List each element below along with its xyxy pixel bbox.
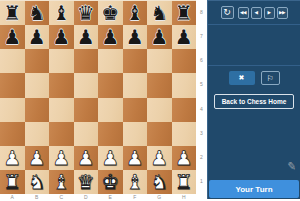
chess-board[interactable]: ♜♞♝♛♚♝♞♜♟♟♟♟♟♟♟♟♟♟♟♟♟♟♟♟♜♞♝♛♚♝♞♜ xyxy=(0,0,196,193)
chess-app: ♜♞♝♛♚♝♞♜♟♟♟♟♟♟♟♟♟♟♟♟♟♟♟♟♜♞♝♛♚♝♞♜ 8765432… xyxy=(0,0,300,201)
rank-label-8: 8 xyxy=(196,0,207,24)
piece-black-pawn[interactable]: ♟ xyxy=(28,25,46,49)
square-a7[interactable]: ♟ xyxy=(0,25,25,49)
piece-white-pawn[interactable]: ♟ xyxy=(52,146,70,170)
piece-black-queen[interactable]: ♛ xyxy=(77,1,95,25)
square-e3[interactable] xyxy=(98,122,123,146)
square-a1[interactable]: ♜ xyxy=(0,170,25,194)
file-label-c: C xyxy=(49,193,74,201)
square-f1[interactable]: ♝ xyxy=(123,170,148,194)
square-c6[interactable] xyxy=(49,49,74,73)
piece-white-pawn[interactable]: ♟ xyxy=(77,146,95,170)
square-d6[interactable] xyxy=(74,49,99,73)
square-g6[interactable] xyxy=(147,49,172,73)
file-labels: ABCDEFGH xyxy=(0,193,196,201)
rank-label-5: 5 xyxy=(196,72,207,96)
file-label-g: G xyxy=(147,193,172,201)
square-h4[interactable] xyxy=(172,98,197,122)
square-f7[interactable]: ♟ xyxy=(123,25,148,49)
game-actions: ✖ ⚐ xyxy=(208,71,300,85)
rank-label-4: 4 xyxy=(196,97,207,121)
back-row: Back to Chess Home xyxy=(208,94,300,109)
square-d5[interactable] xyxy=(74,73,99,97)
square-c4[interactable] xyxy=(49,98,74,122)
file-label-h: H xyxy=(172,193,197,201)
square-d1[interactable]: ♛ xyxy=(74,170,99,194)
square-b5[interactable] xyxy=(25,73,50,97)
square-b7[interactable]: ♟ xyxy=(25,25,50,49)
square-h2[interactable]: ♟ xyxy=(172,146,197,170)
square-g5[interactable] xyxy=(147,73,172,97)
close-icon[interactable]: ✖ xyxy=(229,71,255,85)
side-panel: ↻ ◀◀ ◀ ▶ ▶▶ ✖ ⚐ Back to Chess Home ✎ You… xyxy=(207,0,300,199)
last-move-button[interactable]: ▶▶ xyxy=(277,7,288,19)
piece-white-pawn[interactable]: ♟ xyxy=(3,146,21,170)
square-a8[interactable]: ♜ xyxy=(0,1,25,25)
move-list xyxy=(208,25,300,66)
square-f4[interactable] xyxy=(123,98,148,122)
piece-white-pawn[interactable]: ♟ xyxy=(150,146,168,170)
file-label-a: A xyxy=(0,193,25,201)
piece-white-bishop[interactable]: ♝ xyxy=(52,170,70,194)
square-f2[interactable]: ♟ xyxy=(123,146,148,170)
move-nav-group: ◀◀ ◀ ▶ ▶▶ xyxy=(238,7,288,19)
rank-label-1: 1 xyxy=(196,169,207,193)
piece-black-pawn[interactable]: ♟ xyxy=(175,25,193,49)
piece-black-bishop[interactable]: ♝ xyxy=(52,1,70,25)
square-g2[interactable]: ♟ xyxy=(147,146,172,170)
square-g4[interactable] xyxy=(147,98,172,122)
square-e8[interactable]: ♚ xyxy=(98,1,123,25)
piece-black-bishop[interactable]: ♝ xyxy=(126,1,144,25)
square-b1[interactable]: ♞ xyxy=(25,170,50,194)
back-to-chess-home-button[interactable]: Back to Chess Home xyxy=(214,94,295,109)
file-label-e: E xyxy=(98,193,123,201)
square-d7[interactable]: ♟ xyxy=(74,25,99,49)
next-move-button[interactable]: ▶ xyxy=(264,7,275,19)
piece-black-pawn[interactable]: ♟ xyxy=(126,25,144,49)
piece-black-pawn[interactable]: ♟ xyxy=(77,25,95,49)
square-a3[interactable] xyxy=(0,122,25,146)
square-b2[interactable]: ♟ xyxy=(25,146,50,170)
square-c7[interactable]: ♟ xyxy=(49,25,74,49)
square-h5[interactable] xyxy=(172,73,197,97)
piece-white-knight[interactable]: ♞ xyxy=(150,170,168,194)
piece-white-pawn[interactable]: ♟ xyxy=(28,146,46,170)
piece-black-king[interactable]: ♚ xyxy=(101,1,119,25)
square-h7[interactable]: ♟ xyxy=(172,25,197,49)
piece-white-pawn[interactable]: ♟ xyxy=(101,146,119,170)
square-c2[interactable]: ♟ xyxy=(49,146,74,170)
square-d8[interactable]: ♛ xyxy=(74,1,99,25)
square-c5[interactable] xyxy=(49,73,74,97)
turn-status-banner: Your Turn xyxy=(209,180,299,198)
resign-flag-icon[interactable]: ⚐ xyxy=(261,71,280,85)
rank-labels: 87654321 xyxy=(196,0,207,193)
file-label-f: F xyxy=(123,193,148,201)
square-a4[interactable] xyxy=(0,98,25,122)
square-b8[interactable]: ♞ xyxy=(25,1,50,25)
piece-white-rook[interactable]: ♜ xyxy=(175,170,193,194)
square-f3[interactable] xyxy=(123,122,148,146)
piece-black-pawn[interactable]: ♟ xyxy=(3,25,21,49)
square-e7[interactable]: ♟ xyxy=(98,25,123,49)
square-b4[interactable] xyxy=(25,98,50,122)
square-e2[interactable]: ♟ xyxy=(98,146,123,170)
square-c3[interactable] xyxy=(49,122,74,146)
pencil-icon[interactable]: ✎ xyxy=(286,160,297,174)
square-e6[interactable] xyxy=(98,49,123,73)
flip-board-button[interactable]: ↻ xyxy=(221,6,234,19)
square-h1[interactable]: ♜ xyxy=(172,170,197,194)
square-h6[interactable] xyxy=(172,49,197,73)
piece-white-pawn[interactable]: ♟ xyxy=(175,146,193,170)
square-g7[interactable]: ♟ xyxy=(147,25,172,49)
square-h3[interactable] xyxy=(172,122,197,146)
file-label-b: B xyxy=(25,193,50,201)
square-a5[interactable] xyxy=(0,73,25,97)
piece-black-pawn[interactable]: ♟ xyxy=(150,25,168,49)
piece-white-queen[interactable]: ♛ xyxy=(77,170,95,194)
piece-white-pawn[interactable]: ♟ xyxy=(126,146,144,170)
move-controls: ↻ ◀◀ ◀ ▶ ▶▶ xyxy=(208,1,300,25)
rank-label-2: 2 xyxy=(196,145,207,169)
square-f5[interactable] xyxy=(123,73,148,97)
piece-white-knight[interactable]: ♞ xyxy=(28,170,46,194)
square-d3[interactable] xyxy=(74,122,99,146)
square-e5[interactable] xyxy=(98,73,123,97)
square-g1[interactable]: ♞ xyxy=(147,170,172,194)
square-b6[interactable] xyxy=(25,49,50,73)
square-h8[interactable]: ♜ xyxy=(172,1,197,25)
square-c1[interactable]: ♝ xyxy=(49,170,74,194)
piece-black-rook[interactable]: ♜ xyxy=(175,1,193,25)
square-g3[interactable] xyxy=(147,122,172,146)
square-d4[interactable] xyxy=(74,98,99,122)
piece-black-rook[interactable]: ♜ xyxy=(3,1,21,25)
square-a6[interactable] xyxy=(0,49,25,73)
square-g8[interactable]: ♞ xyxy=(147,1,172,25)
piece-black-knight[interactable]: ♞ xyxy=(150,1,168,25)
square-f6[interactable] xyxy=(123,49,148,73)
square-d2[interactable]: ♟ xyxy=(74,146,99,170)
square-c8[interactable]: ♝ xyxy=(49,1,74,25)
piece-black-knight[interactable]: ♞ xyxy=(28,1,46,25)
file-label-d: D xyxy=(74,193,99,201)
square-a2[interactable]: ♟ xyxy=(0,146,25,170)
piece-white-bishop[interactable]: ♝ xyxy=(126,170,144,194)
square-e4[interactable] xyxy=(98,98,123,122)
rank-label-7: 7 xyxy=(196,24,207,48)
prev-move-button[interactable]: ◀ xyxy=(251,7,262,19)
first-move-button[interactable]: ◀◀ xyxy=(238,7,249,19)
square-e1[interactable]: ♚ xyxy=(98,170,123,194)
rank-label-6: 6 xyxy=(196,48,207,72)
piece-black-pawn[interactable]: ♟ xyxy=(101,25,119,49)
piece-black-pawn[interactable]: ♟ xyxy=(52,25,70,49)
piece-white-king[interactable]: ♚ xyxy=(101,170,119,194)
square-f8[interactable]: ♝ xyxy=(123,1,148,25)
square-b3[interactable] xyxy=(25,122,50,146)
rank-label-3: 3 xyxy=(196,121,207,145)
piece-white-rook[interactable]: ♜ xyxy=(3,170,21,194)
